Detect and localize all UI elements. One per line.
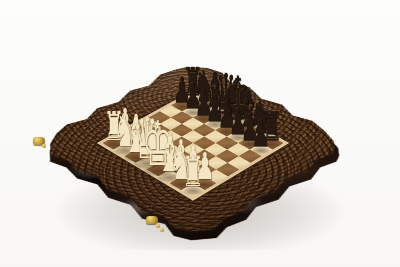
board-plane bbox=[77, 27, 309, 259]
brass-clasp-left bbox=[33, 137, 45, 145]
chess-set-photo: ♜♞♟♝♟♛♟♟♚♟♝♞♟♟♜♟♟♜♟♟♞♝♟♛♟♟♚♟♝♟♞♜ bbox=[0, 0, 400, 267]
clasp-chain-link bbox=[160, 228, 164, 232]
clasp-chain-link bbox=[156, 224, 160, 228]
brass-clasp-bottom bbox=[146, 216, 158, 224]
clasp-ring bbox=[42, 144, 46, 148]
clasp-body bbox=[146, 216, 158, 224]
board-playing-field bbox=[95, 89, 290, 201]
